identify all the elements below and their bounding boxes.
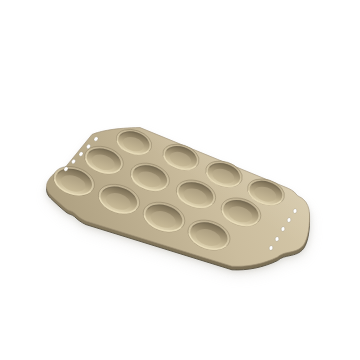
muffin-pan-photo [0,0,360,360]
product-photo-stage [0,0,360,360]
